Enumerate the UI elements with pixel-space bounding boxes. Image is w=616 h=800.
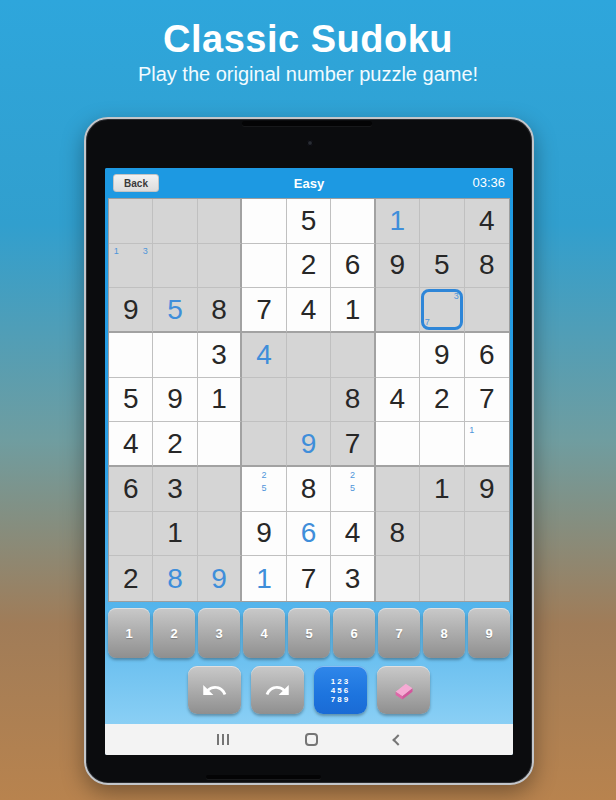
numpad-key-3[interactable]: 3 <box>198 608 240 658</box>
cell-r6c4[interactable] <box>242 422 286 467</box>
cell-r1c2[interactable] <box>153 199 197 244</box>
cell-r3c4[interactable]: 7 <box>242 288 286 333</box>
numpad-key-6[interactable]: 6 <box>333 608 375 658</box>
pencil-mark: 1 <box>465 423 480 437</box>
pencil-mark: 7 <box>420 315 434 329</box>
app-screen: Back Easy 03:36 514132695895874137349659… <box>105 168 513 755</box>
cell-r2c9[interactable]: 8 <box>465 244 509 289</box>
given-digit: 6 <box>331 244 373 288</box>
numpad-key-9[interactable]: 9 <box>468 608 510 658</box>
pencil-mark: 3 <box>138 244 152 258</box>
cell-r2c3[interactable] <box>198 244 242 289</box>
cell-r6c7[interactable] <box>376 422 420 467</box>
cell-r2c7[interactable]: 9 <box>376 244 420 289</box>
difficulty-label: Easy <box>105 176 513 191</box>
user-digit: 8 <box>153 556 196 601</box>
cell-r5c6[interactable]: 8 <box>331 378 375 423</box>
charging-port <box>206 775 321 779</box>
cell-r3c2[interactable]: 5 <box>153 288 197 333</box>
cell-r6c2[interactable]: 2 <box>153 422 197 467</box>
given-digit: 7 <box>242 288 285 331</box>
cell-r4c8[interactable]: 9 <box>420 333 464 378</box>
cell-r7c6[interactable]: 25 <box>331 467 375 512</box>
undo-button[interactable] <box>188 666 241 714</box>
cell-r1c5[interactable]: 5 <box>287 199 331 244</box>
given-digit: 2 <box>287 244 330 288</box>
user-digit: 4 <box>242 333 285 377</box>
cell-r3c8[interactable]: 37 <box>420 288 464 333</box>
tablet-frame: Back Easy 03:36 514132695895874137349659… <box>84 117 534 785</box>
cell-r2c2[interactable] <box>153 244 197 289</box>
cell-r9c5[interactable]: 7 <box>287 556 331 601</box>
back-icon[interactable] <box>392 734 403 745</box>
cell-r9c8[interactable] <box>420 556 464 601</box>
given-digit: 6 <box>109 467 152 511</box>
cell-r7c5[interactable]: 8 <box>287 467 331 512</box>
cell-r1c6[interactable] <box>331 199 375 244</box>
cell-r1c1[interactable] <box>109 199 153 244</box>
cell-r2c4[interactable] <box>242 244 286 289</box>
given-digit: 9 <box>153 378 196 422</box>
eraser-icon <box>390 677 417 704</box>
cell-r3c9[interactable] <box>465 288 509 333</box>
numpad: 123456789 <box>108 608 510 658</box>
pencil-mark: 1 <box>109 244 123 258</box>
cell-r8c1[interactable] <box>109 512 153 557</box>
numpad-key-7[interactable]: 7 <box>378 608 420 658</box>
cell-r7c2[interactable]: 3 <box>153 467 197 512</box>
given-digit: 9 <box>242 512 285 556</box>
cell-r4c1[interactable] <box>109 333 153 378</box>
given-digit: 5 <box>109 378 152 422</box>
numpad-key-8[interactable]: 8 <box>423 608 465 658</box>
cell-r1c8[interactable] <box>420 199 464 244</box>
user-digit: 1 <box>376 199 419 243</box>
given-digit: 8 <box>331 378 373 422</box>
top-bar: Back Easy 03:36 <box>105 168 513 198</box>
cell-r5c9[interactable]: 7 <box>465 378 509 423</box>
cell-r4c3[interactable]: 3 <box>198 333 242 378</box>
cell-r7c9[interactable]: 9 <box>465 467 509 512</box>
page-background: Classic Sudoku Play the original number … <box>0 0 616 800</box>
numpad-key-1[interactable]: 1 <box>108 608 150 658</box>
given-digit: 9 <box>420 333 463 377</box>
cell-r7c4[interactable]: 25 <box>242 467 286 512</box>
given-digit: 8 <box>287 467 330 511</box>
given-digit: 8 <box>198 288 240 331</box>
given-digit: 4 <box>109 422 152 465</box>
user-digit: 5 <box>153 288 196 331</box>
cell-r9c6[interactable]: 3 <box>331 556 375 601</box>
given-digit: 3 <box>198 333 240 377</box>
cell-r4c2[interactable] <box>153 333 197 378</box>
given-digit: 9 <box>465 467 509 511</box>
undo-icon <box>201 677 228 704</box>
pencil-button[interactable]: 123 456 789 <box>314 666 367 714</box>
redo-icon <box>264 677 291 704</box>
cell-r2c5[interactable]: 2 <box>287 244 331 289</box>
cell-r1c9[interactable]: 4 <box>465 199 509 244</box>
given-digit: 3 <box>331 556 373 601</box>
cell-r7c3[interactable] <box>198 467 242 512</box>
cell-r8c2[interactable]: 1 <box>153 512 197 557</box>
speaker-slot <box>242 121 372 126</box>
given-digit: 1 <box>153 512 196 556</box>
cell-r6c6[interactable]: 7 <box>331 422 375 467</box>
sudoku-board: 5141326958958741373496591842742971632582… <box>108 198 510 602</box>
cell-r8c7[interactable]: 8 <box>376 512 420 557</box>
cell-r8c4[interactable]: 9 <box>242 512 286 557</box>
given-digit: 5 <box>287 199 330 243</box>
user-digit: 9 <box>198 556 240 601</box>
cell-r8c9[interactable] <box>465 512 509 557</box>
given-digit: 8 <box>465 244 509 288</box>
back-button[interactable]: Back <box>113 174 159 192</box>
android-navbar <box>105 724 513 755</box>
given-digit: 7 <box>287 556 330 601</box>
recents-icon[interactable] <box>217 734 229 745</box>
cell-r9c4[interactable]: 1 <box>242 556 286 601</box>
cell-r2c1[interactable]: 13 <box>109 244 153 289</box>
pencil-mark: 2 <box>257 467 271 481</box>
user-digit: 1 <box>242 556 285 601</box>
cell-r9c7[interactable] <box>376 556 420 601</box>
given-digit: 5 <box>420 244 463 288</box>
cell-r1c4[interactable] <box>242 199 286 244</box>
cell-r5c2[interactable]: 9 <box>153 378 197 423</box>
app-subtitle: Play the original number puzzle game! <box>0 63 616 86</box>
cell-r6c8[interactable] <box>420 422 464 467</box>
cell-r4c6[interactable] <box>331 333 375 378</box>
cell-r8c3[interactable] <box>198 512 242 557</box>
given-digit: 1 <box>420 467 463 511</box>
given-digit: 2 <box>420 378 463 422</box>
cell-r3c1[interactable]: 9 <box>109 288 153 333</box>
given-digit: 4 <box>331 512 373 556</box>
cell-r8c8[interactable] <box>420 512 464 557</box>
eraser-button[interactable] <box>377 666 430 714</box>
cell-r3c6[interactable]: 1 <box>331 288 375 333</box>
pencil-mark: 2 <box>345 467 359 481</box>
given-digit: 4 <box>287 288 330 331</box>
cell-r1c7[interactable]: 1 <box>376 199 420 244</box>
user-digit: 9 <box>287 422 330 465</box>
cell-r4c5[interactable] <box>287 333 331 378</box>
pencil-mark: 5 <box>257 481 271 495</box>
given-digit: 2 <box>153 422 196 465</box>
numpad-key-5[interactable]: 5 <box>288 608 330 658</box>
cell-r9c2[interactable]: 8 <box>153 556 197 601</box>
cell-r7c8[interactable]: 1 <box>420 467 464 512</box>
cell-r2c8[interactable]: 5 <box>420 244 464 289</box>
cell-r2c6[interactable]: 6 <box>331 244 375 289</box>
given-digit: 4 <box>465 199 509 243</box>
cell-r6c5[interactable]: 9 <box>287 422 331 467</box>
cell-r6c9[interactable]: 1 <box>465 422 509 467</box>
cell-r9c9[interactable] <box>465 556 509 601</box>
given-digit: 9 <box>109 288 152 331</box>
numpad-key-4[interactable]: 4 <box>243 608 285 658</box>
given-digit: 1 <box>198 378 240 422</box>
cell-r3c7[interactable] <box>376 288 420 333</box>
given-digit: 1 <box>331 288 373 331</box>
cell-r7c7[interactable] <box>376 467 420 512</box>
pencil-mark: 3 <box>449 289 463 303</box>
toolbar: 123 456 789 <box>105 666 513 714</box>
given-digit: 2 <box>109 556 152 601</box>
cell-r9c1[interactable]: 2 <box>109 556 153 601</box>
numpad-key-2[interactable]: 2 <box>153 608 195 658</box>
home-icon[interactable] <box>305 733 318 746</box>
cell-r3c3[interactable]: 8 <box>198 288 242 333</box>
cell-r6c1[interactable]: 4 <box>109 422 153 467</box>
cell-r8c5[interactable]: 6 <box>287 512 331 557</box>
cell-r7c1[interactable]: 6 <box>109 467 153 512</box>
pencil-mark: 5 <box>345 481 359 495</box>
given-digit: 7 <box>331 422 373 465</box>
cell-r4c4[interactable]: 4 <box>242 333 286 378</box>
given-digit: 3 <box>153 467 196 511</box>
cell-r5c7[interactable]: 4 <box>376 378 420 423</box>
given-digit: 9 <box>376 244 419 288</box>
user-digit: 6 <box>287 512 330 556</box>
redo-button[interactable] <box>251 666 304 714</box>
timer: 03:36 <box>472 168 505 198</box>
cell-r4c9[interactable]: 6 <box>465 333 509 378</box>
given-digit: 4 <box>376 378 419 422</box>
cell-r8c6[interactable]: 4 <box>331 512 375 557</box>
pencil-grid-icon: 123 <box>331 677 350 686</box>
cell-r3c5[interactable]: 4 <box>287 288 331 333</box>
cell-r9c3[interactable]: 9 <box>198 556 242 601</box>
app-title: Classic Sudoku <box>0 18 616 61</box>
cell-r4c7[interactable] <box>376 333 420 378</box>
given-digit: 8 <box>376 512 419 556</box>
cell-r5c3[interactable]: 1 <box>198 378 242 423</box>
given-digit: 7 <box>465 378 509 422</box>
cell-r5c4[interactable] <box>242 378 286 423</box>
cell-r1c3[interactable] <box>198 199 242 244</box>
camera-icon <box>307 140 313 146</box>
cell-r5c8[interactable]: 2 <box>420 378 464 423</box>
cell-r6c3[interactable] <box>198 422 242 467</box>
given-digit: 6 <box>465 333 509 377</box>
cell-r5c5[interactable] <box>287 378 331 423</box>
cell-r5c1[interactable]: 5 <box>109 378 153 423</box>
